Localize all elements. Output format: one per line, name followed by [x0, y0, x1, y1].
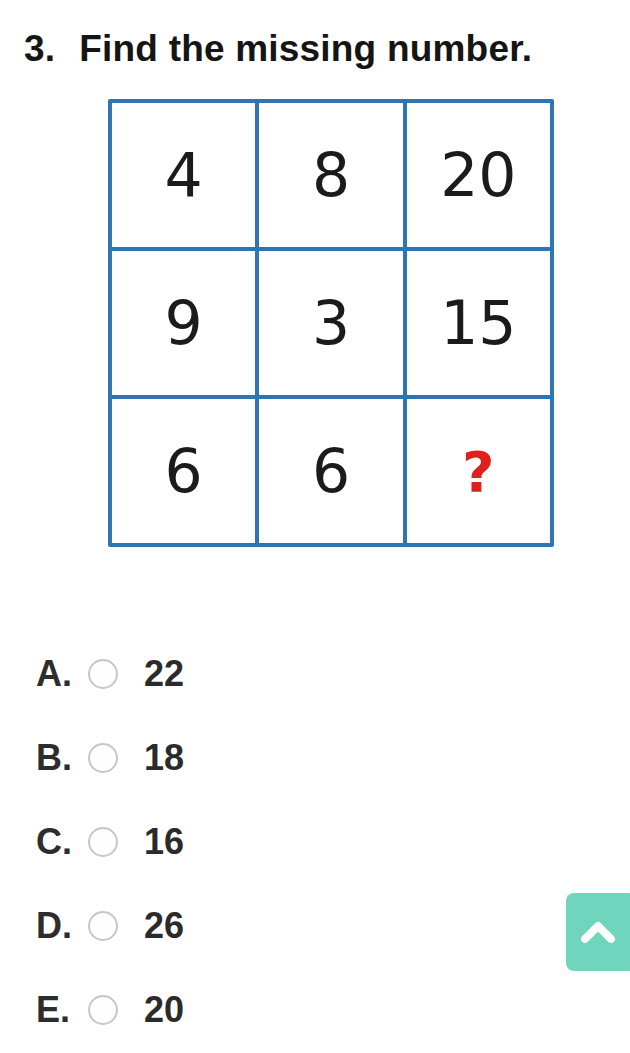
option-value: 20 [144, 989, 184, 1031]
grid-cell-r0c0: 4 [112, 103, 255, 247]
option-row-b[interactable]: B. 18 [0, 716, 630, 800]
radio-button-c[interactable] [88, 827, 118, 857]
question-number: 3. [24, 28, 55, 70]
option-letter: E. [36, 989, 88, 1031]
grid-cell-r0c1: 8 [259, 103, 402, 247]
grid-cell-r1c2: 15 [407, 251, 550, 395]
radio-button-a[interactable] [88, 659, 118, 689]
options-list: A. 22 B. 18 C. 16 D. 26 E. 20 [0, 632, 630, 1052]
option-letter: D. [36, 905, 88, 947]
grid-cell-r2c1: 6 [259, 399, 402, 543]
option-value: 22 [144, 653, 184, 695]
scroll-to-top-button[interactable] [566, 893, 630, 971]
option-row-d[interactable]: D. 26 [0, 884, 630, 968]
chevron-up-icon [579, 919, 617, 945]
radio-button-d[interactable] [88, 911, 118, 941]
question-title: 3. Find the missing number. [24, 28, 532, 70]
grid-cell-r0c2: 20 [407, 103, 550, 247]
radio-button-b[interactable] [88, 743, 118, 773]
option-value: 26 [144, 905, 184, 947]
grid-cell-r2c0: 6 [112, 399, 255, 543]
grid-cell-missing: ? [407, 399, 550, 543]
option-row-a[interactable]: A. 22 [0, 632, 630, 716]
question-text: Find the missing number. [79, 28, 532, 70]
option-row-e[interactable]: E. 20 [0, 968, 630, 1052]
grid-cell-r1c1: 3 [259, 251, 402, 395]
radio-button-e[interactable] [88, 995, 118, 1025]
option-letter: A. [36, 653, 88, 695]
option-value: 16 [144, 821, 184, 863]
grid-cell-r1c0: 9 [112, 251, 255, 395]
option-letter: C. [36, 821, 88, 863]
option-row-c[interactable]: C. 16 [0, 800, 630, 884]
puzzle-grid: 4 8 20 9 3 15 6 6 ? [108, 99, 554, 547]
option-value: 18 [144, 737, 184, 779]
option-letter: B. [36, 737, 88, 779]
